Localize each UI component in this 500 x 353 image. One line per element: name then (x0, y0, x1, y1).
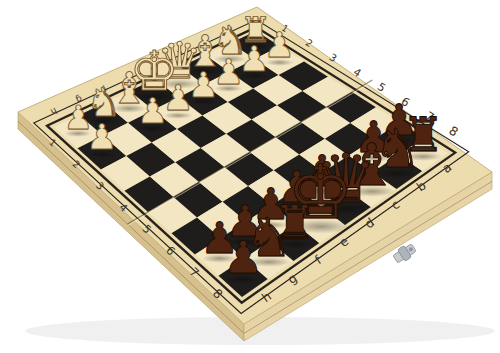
chess-board: hhggffeeddccbbaa1122334455667788 (0, 0, 500, 353)
chess-set-product-photo: hhggffeeddccbbaa1122334455667788 ♜♞♟♝♟♛♟… (0, 0, 500, 353)
coord-label-right-8: 8 (446, 123, 460, 139)
coord-label-right-7: 7 (423, 109, 437, 125)
coord-label-right-6: 6 (399, 94, 413, 110)
